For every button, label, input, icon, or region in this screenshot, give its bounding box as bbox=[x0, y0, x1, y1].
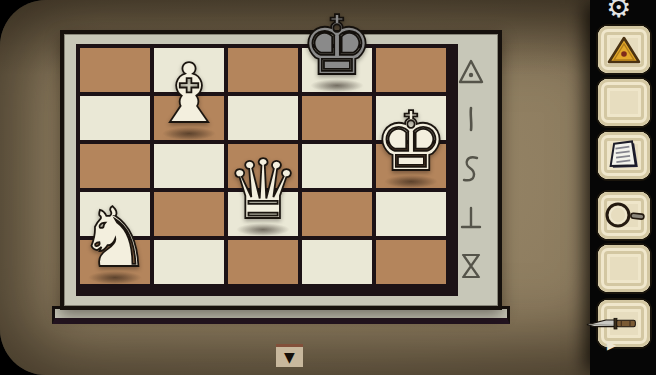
knife-icon bbox=[586, 314, 638, 334]
warning-triangle-icon bbox=[606, 34, 642, 66]
square-r4c4[interactable] bbox=[302, 192, 372, 236]
settings-gear-icon[interactable]: ⚙ bbox=[606, 0, 631, 24]
inventory-slot-1[interactable] bbox=[598, 26, 650, 73]
piece-veiled-bride[interactable]: ♛ bbox=[228, 140, 298, 236]
dotted-triangle-symbol bbox=[458, 58, 484, 85]
note-icon bbox=[608, 139, 640, 173]
frame-symbols bbox=[452, 46, 490, 286]
square-r4c2[interactable] bbox=[154, 192, 224, 236]
square-r3c1[interactable] bbox=[80, 144, 150, 188]
square-r5c5[interactable] bbox=[376, 240, 446, 284]
chess-board: ♚♝♚♛♞ bbox=[60, 30, 502, 310]
square-r1c1[interactable] bbox=[80, 48, 150, 92]
square-r3c4[interactable] bbox=[302, 144, 372, 188]
piece-hooded-monk[interactable]: ♝ bbox=[154, 44, 224, 140]
piece-statue-man[interactable]: ♚ bbox=[302, 0, 372, 92]
square-r4c5[interactable] bbox=[376, 192, 446, 236]
s-curve-symbol bbox=[458, 154, 484, 184]
vertical-line-symbol bbox=[458, 106, 484, 132]
inventory-slot-2[interactable] bbox=[598, 79, 650, 126]
hourglass-x-symbol bbox=[459, 252, 483, 280]
inventory-slot-5[interactable] bbox=[598, 245, 650, 292]
square-r3c2[interactable] bbox=[154, 144, 224, 188]
square-r1c5[interactable] bbox=[376, 48, 446, 92]
square-r1c3[interactable] bbox=[228, 48, 298, 92]
square-r5c2[interactable] bbox=[154, 240, 224, 284]
square-r2c1[interactable] bbox=[80, 96, 150, 140]
inventory-sidebar: ⚙ bbox=[590, 0, 656, 375]
magnifier-icon bbox=[603, 201, 645, 231]
square-r5c3[interactable] bbox=[228, 240, 298, 284]
game-scene: ♚♝♚♛♞ ▼ ⚙ bbox=[0, 0, 656, 375]
square-r2c3[interactable] bbox=[228, 96, 298, 140]
inventory-slot-3[interactable] bbox=[598, 132, 650, 179]
inventory-slot-4[interactable] bbox=[598, 192, 650, 239]
square-r5c4[interactable] bbox=[302, 240, 372, 284]
inventory-slot-6[interactable] bbox=[598, 300, 650, 347]
piece-suited-man[interactable]: ♚ bbox=[376, 92, 446, 188]
square-r2c4[interactable] bbox=[302, 96, 372, 140]
piece-beaked-figure[interactable]: ♞ bbox=[80, 188, 150, 284]
next-page-arrow[interactable]: ▶ bbox=[607, 338, 616, 352]
up-tack-symbol bbox=[458, 205, 484, 231]
down-arrow-icon: ▼ bbox=[284, 350, 295, 364]
look-down-button[interactable]: ▼ bbox=[276, 344, 303, 367]
